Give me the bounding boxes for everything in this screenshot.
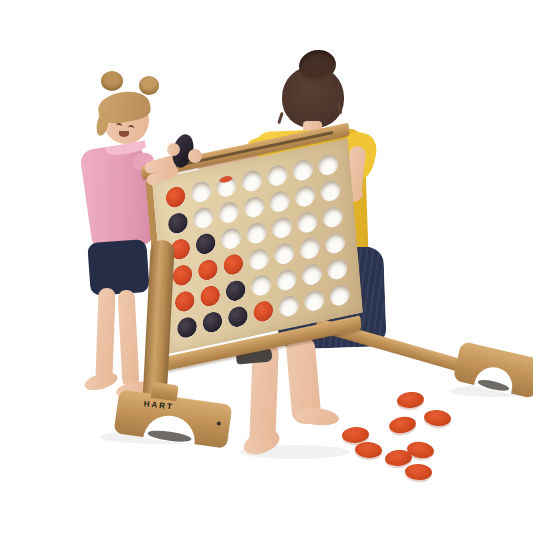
board-hole [271, 216, 292, 240]
black-disc [202, 310, 223, 334]
board-hole [223, 252, 244, 276]
orange-disc [172, 263, 193, 287]
player-left-hand [167, 143, 180, 156]
board-hole [324, 231, 345, 255]
player-right-hair-wisp [277, 112, 284, 124]
loose-red-disc [396, 391, 425, 410]
board-grid [162, 149, 354, 343]
board-hole [197, 258, 218, 282]
board-hole [227, 305, 248, 329]
board-hole [220, 226, 241, 250]
stand-foot-tab [151, 382, 179, 401]
board-hole [329, 283, 350, 307]
board-hole [165, 185, 186, 209]
board-cell-r6c6 [300, 285, 328, 317]
player-left-shorts [87, 239, 150, 296]
loose-red-disc [423, 409, 451, 427]
board-hole [248, 247, 269, 271]
player-left-leg [95, 288, 115, 383]
player-left-foot [83, 370, 120, 394]
scene-photo: HART [0, 0, 533, 533]
black-disc [195, 232, 216, 256]
board-hole [193, 206, 214, 230]
board-hole [176, 315, 197, 339]
board-hole [190, 180, 211, 204]
board-hole [172, 263, 193, 287]
board-hole [274, 242, 295, 266]
black-disc [227, 305, 248, 329]
bolt [217, 421, 222, 426]
board-hole [278, 294, 299, 318]
board-hole [253, 299, 274, 323]
hart-logo: HART [143, 399, 174, 411]
board-hole [322, 205, 343, 229]
board-hole [299, 236, 320, 260]
board-hole [241, 169, 262, 193]
orange-disc [174, 289, 195, 313]
player-left-hair-bun [139, 76, 159, 95]
board-hole [174, 289, 195, 313]
board-hole [276, 268, 297, 292]
orange-disc [200, 284, 221, 308]
loose-red-disc [384, 449, 413, 468]
board-hole [318, 153, 339, 177]
player-left-hair-bun [101, 71, 123, 91]
board-hole [195, 232, 216, 256]
board-hole [304, 288, 325, 312]
board-hole [202, 310, 223, 334]
black-disc [167, 211, 188, 235]
black-disc [225, 279, 246, 303]
board-hole [320, 179, 341, 203]
board-hole [218, 200, 239, 224]
board-cell-r6c5 [275, 290, 303, 322]
black-disc [176, 315, 197, 339]
board-cell-r6c3 [224, 301, 252, 333]
board-cell-r6c7 [326, 279, 354, 311]
board-hole [269, 189, 290, 213]
board-hole [167, 211, 188, 235]
player-left-leg [117, 290, 139, 388]
loose-red-disc [354, 441, 382, 459]
orange-disc [165, 185, 186, 209]
orange-disc [253, 299, 274, 323]
board-hole [244, 195, 265, 219]
orange-disc [223, 252, 244, 276]
dropping-disc-sliver [219, 174, 233, 183]
board-hole [225, 279, 246, 303]
board-hole [297, 210, 318, 234]
board-hole [294, 184, 315, 208]
board-cell-r6c4 [249, 296, 277, 328]
board-hole [327, 257, 348, 281]
loose-red-disc [405, 463, 433, 480]
board-hole [301, 262, 322, 286]
player-right-hand [188, 149, 202, 163]
board-hole [250, 273, 271, 297]
board-hole [216, 174, 237, 198]
board-cell-r6c1 [173, 312, 201, 344]
player-right-foot [294, 405, 340, 427]
orange-disc [197, 258, 218, 282]
loose-red-disc [388, 415, 417, 435]
board-cell-r6c2 [199, 306, 227, 338]
board-hole [200, 284, 221, 308]
board-hole [246, 221, 267, 245]
player-left-smile [119, 131, 129, 137]
board-hole [267, 163, 288, 187]
board-hole [292, 158, 313, 182]
